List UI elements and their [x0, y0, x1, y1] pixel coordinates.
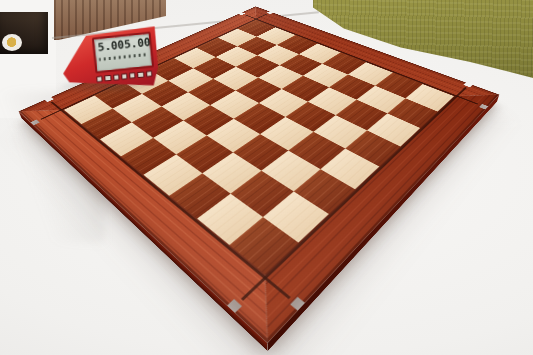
clock-right-time: 5.00	[124, 37, 152, 52]
clock-display: 5.00 5.00	[92, 32, 154, 74]
clock-button	[137, 71, 144, 78]
chess-clock: 5.00 5.00	[56, 23, 163, 111]
clock-button	[146, 71, 153, 78]
clock-button	[121, 73, 128, 80]
small-cup	[2, 34, 22, 51]
scene-photo: 5.00 5.00	[0, 0, 533, 355]
clock-button	[96, 76, 103, 83]
clock-button	[104, 75, 111, 82]
shelf-compartment	[0, 12, 48, 54]
clock-button	[113, 74, 120, 81]
clock-button	[129, 72, 136, 79]
clock-mode-indicators	[99, 53, 148, 61]
clock-left-time: 5.00	[97, 39, 125, 54]
